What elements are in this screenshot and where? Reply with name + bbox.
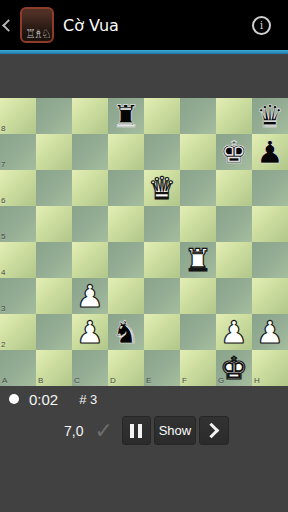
square-e5[interactable] [144, 206, 180, 242]
square-d3[interactable] [108, 278, 144, 314]
rank-label-3: 3 [1, 304, 5, 313]
square-e7[interactable] [144, 134, 180, 170]
square-d2[interactable]: ♞ [108, 314, 144, 350]
square-c8[interactable] [72, 98, 108, 134]
square-b6[interactable] [36, 170, 72, 206]
rank-label-7: 7 [1, 160, 5, 169]
square-e3[interactable] [144, 278, 180, 314]
square-c2[interactable]: ♟ [72, 314, 108, 350]
square-g5[interactable] [216, 206, 252, 242]
square-h3[interactable] [252, 278, 288, 314]
chess-board: ♜♛♚♟♛♜♟♟♞♟♟♚8765432ABCDEFGH [0, 98, 288, 386]
square-g6[interactable] [216, 170, 252, 206]
app-logo-icon: ♖♗♘ [20, 7, 54, 43]
app-logo-glyphs: ♖♗♘ [25, 27, 48, 41]
square-d7[interactable] [108, 134, 144, 170]
rank-label-4: 4 [1, 268, 5, 277]
square-g8[interactable] [216, 98, 252, 134]
rank-label-8: 8 [1, 124, 5, 133]
file-label-H: H [254, 376, 260, 385]
file-label-A: A [2, 376, 7, 385]
square-b2[interactable] [36, 314, 72, 350]
app-screen: ♖♗♘ Cờ Vua i ♜♛♚♟♛♜♟♟♞♟♟♚8765432ABCDEFGH… [0, 0, 288, 512]
square-b8[interactable] [36, 98, 72, 134]
square-d6[interactable] [108, 170, 144, 206]
square-h5[interactable] [252, 206, 288, 242]
square-c6[interactable] [72, 170, 108, 206]
square-f6[interactable] [180, 170, 216, 206]
square-d5[interactable] [108, 206, 144, 242]
white-pawn-h2: ♟ [256, 314, 284, 350]
square-h2[interactable]: ♟ [252, 314, 288, 350]
square-g2[interactable]: ♟ [216, 314, 252, 350]
black-pawn-h7: ♟ [256, 134, 284, 170]
square-b3[interactable] [36, 278, 72, 314]
square-e8[interactable] [144, 98, 180, 134]
pause-icon [130, 424, 134, 438]
square-c3[interactable]: ♟ [72, 278, 108, 314]
file-label-C: C [74, 376, 80, 385]
square-h7[interactable]: ♟ [252, 134, 288, 170]
timer-text: 0:02 [29, 391, 58, 408]
square-c5[interactable] [72, 206, 108, 242]
square-f7[interactable] [180, 134, 216, 170]
white-rook-f4: ♜ [184, 242, 212, 278]
page-title: Cờ Vua [63, 16, 119, 35]
status-row: 0:02 # 3 [0, 388, 288, 410]
square-b7[interactable] [36, 134, 72, 170]
square-f2[interactable] [180, 314, 216, 350]
turn-indicator-dot [9, 394, 19, 404]
black-queen-h8: ♛ [256, 98, 284, 134]
controls-row: 7,0 ✓ Show [0, 416, 288, 445]
show-button[interactable]: Show [154, 416, 196, 445]
square-b4[interactable] [36, 242, 72, 278]
pause-icon [138, 424, 142, 438]
square-g4[interactable] [216, 242, 252, 278]
square-h4[interactable] [252, 242, 288, 278]
back-chevron-icon[interactable] [2, 19, 15, 32]
white-pawn-g2: ♟ [220, 314, 248, 350]
black-knight-d2: ♞ [112, 314, 140, 350]
white-queen-e6: ♛ [148, 170, 176, 206]
square-f4[interactable]: ♜ [180, 242, 216, 278]
file-label-E: E [146, 376, 151, 385]
square-h6[interactable] [252, 170, 288, 206]
next-button[interactable] [199, 416, 229, 445]
square-d8[interactable]: ♜ [108, 98, 144, 134]
score-text: 7,0 [64, 423, 83, 439]
app-bar: ♖♗♘ Cờ Vua i [0, 0, 288, 50]
square-g7[interactable]: ♚ [216, 134, 252, 170]
check-icon: ✓ [94, 420, 112, 442]
file-label-B: B [38, 376, 43, 385]
square-f3[interactable] [180, 278, 216, 314]
black-king-g7: ♚ [220, 134, 248, 170]
square-c4[interactable] [72, 242, 108, 278]
rank-label-5: 5 [1, 232, 5, 241]
black-rook-d8: ♜ [112, 98, 140, 134]
square-h8[interactable]: ♛ [252, 98, 288, 134]
next-chevron-icon [204, 423, 220, 439]
square-e2[interactable] [144, 314, 180, 350]
file-label-G: G [218, 376, 224, 385]
rank-label-2: 2 [1, 340, 5, 349]
file-label-F: F [182, 376, 187, 385]
white-king-g1: ♚ [220, 350, 248, 386]
square-e6[interactable]: ♛ [144, 170, 180, 206]
white-pawn-c2: ♟ [76, 314, 104, 350]
square-f5[interactable] [180, 206, 216, 242]
square-e4[interactable] [144, 242, 180, 278]
square-f8[interactable] [180, 98, 216, 134]
puzzle-number: # 3 [79, 392, 97, 407]
pause-button[interactable] [122, 416, 151, 445]
square-d4[interactable] [108, 242, 144, 278]
file-label-D: D [110, 376, 116, 385]
holo-divider [0, 50, 288, 54]
square-c7[interactable] [72, 134, 108, 170]
square-g3[interactable] [216, 278, 252, 314]
rank-label-6: 6 [1, 196, 5, 205]
info-icon[interactable]: i [252, 16, 271, 35]
white-pawn-c3: ♟ [76, 278, 104, 314]
square-b5[interactable] [36, 206, 72, 242]
